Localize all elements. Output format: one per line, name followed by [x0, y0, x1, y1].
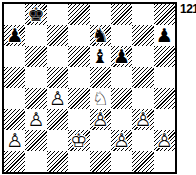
- black-bishop: ♝: [90, 46, 111, 67]
- square-g1: [132, 151, 153, 172]
- square-g2: [132, 130, 153, 151]
- square-b4: [25, 88, 46, 109]
- square-a7: ♟: [4, 25, 25, 46]
- white-pawn: ♟♙: [25, 109, 46, 130]
- square-c4: ♟♙: [47, 88, 68, 109]
- white-pawn-glyph: ♙: [90, 109, 111, 130]
- black-pawn-glyph: ♟: [4, 25, 25, 46]
- chess-board: ♚♟♞♟♝♟♟♙♞♘♟♙♟♙♟♙♟♙♚♔♟♙♟♙: [2, 2, 177, 174]
- black-knight: ♞: [90, 25, 111, 46]
- square-f1: [111, 151, 132, 172]
- white-pawn: ♟♙: [90, 109, 111, 130]
- square-e1: [90, 151, 111, 172]
- square-e6: ♝: [90, 46, 111, 67]
- black-king: ♚: [25, 4, 46, 25]
- square-h3: [154, 109, 175, 130]
- square-b5: [25, 67, 46, 88]
- white-pawn-glyph: ♙: [111, 130, 132, 151]
- square-d8: [68, 4, 89, 25]
- square-g3: ♟♙: [132, 109, 153, 130]
- square-e7: ♞: [90, 25, 111, 46]
- white-pawn-glyph: ♙: [154, 130, 175, 151]
- square-g4: [132, 88, 153, 109]
- square-e4: ♞♘: [90, 88, 111, 109]
- square-c8: [47, 4, 68, 25]
- black-king-glyph: ♚: [25, 4, 46, 25]
- square-g5: [132, 67, 153, 88]
- white-pawn: ♟♙: [132, 109, 153, 130]
- square-f4: [111, 88, 132, 109]
- square-d5: [68, 67, 89, 88]
- white-pawn-glyph: ♙: [25, 109, 46, 130]
- black-pawn-glyph: ♟: [111, 46, 132, 67]
- white-pawn-glyph: ♙: [4, 130, 25, 151]
- white-king: ♚♔: [68, 130, 89, 151]
- square-g8: [132, 4, 153, 25]
- square-h6: [154, 46, 175, 67]
- black-pawn: ♟: [111, 46, 132, 67]
- square-f6: ♟: [111, 46, 132, 67]
- black-knight-glyph: ♞: [90, 25, 111, 46]
- square-a1: [4, 151, 25, 172]
- square-c3: [47, 109, 68, 130]
- white-pawn: ♟♙: [111, 130, 132, 151]
- black-bishop-glyph: ♝: [90, 46, 111, 67]
- square-a3: [4, 109, 25, 130]
- square-h8: [154, 4, 175, 25]
- black-pawn: ♟: [154, 25, 175, 46]
- diagram-number: 121: [180, 2, 196, 16]
- white-pawn-glyph: ♙: [132, 109, 153, 130]
- black-pawn-glyph: ♟: [154, 25, 175, 46]
- square-c1: [47, 151, 68, 172]
- square-d2: ♚♔: [68, 130, 89, 151]
- square-d7: [68, 25, 89, 46]
- square-e5: [90, 67, 111, 88]
- white-pawn: ♟♙: [4, 130, 25, 151]
- square-d6: [68, 46, 89, 67]
- square-h5: [154, 67, 175, 88]
- square-e2: [90, 130, 111, 151]
- square-a8: [4, 4, 25, 25]
- square-h4: [154, 88, 175, 109]
- square-h1: [154, 151, 175, 172]
- square-f8: [111, 4, 132, 25]
- square-g6: [132, 46, 153, 67]
- square-b2: [25, 130, 46, 151]
- square-c5: [47, 67, 68, 88]
- square-h2: ♟♙: [154, 130, 175, 151]
- square-g7: [132, 25, 153, 46]
- square-f5: [111, 67, 132, 88]
- square-b1: [25, 151, 46, 172]
- square-e8: [90, 4, 111, 25]
- square-e3: ♟♙: [90, 109, 111, 130]
- white-pawn-glyph: ♙: [47, 88, 68, 109]
- white-pawn: ♟♙: [154, 130, 175, 151]
- square-b3: ♟♙: [25, 109, 46, 130]
- square-b6: [25, 46, 46, 67]
- square-f3: [111, 109, 132, 130]
- black-pawn: ♟: [4, 25, 25, 46]
- square-b8: ♚: [25, 4, 46, 25]
- white-pawn: ♟♙: [47, 88, 68, 109]
- square-h7: ♟: [154, 25, 175, 46]
- white-knight-glyph: ♘: [90, 88, 111, 109]
- square-f2: ♟♙: [111, 130, 132, 151]
- square-d1: [68, 151, 89, 172]
- chess-diagram-page: ♚♟♞♟♝♟♟♙♞♘♟♙♟♙♟♙♟♙♚♔♟♙♟♙ 121: [0, 0, 196, 175]
- square-d4: [68, 88, 89, 109]
- square-d3: [68, 109, 89, 130]
- square-f7: [111, 25, 132, 46]
- square-a4: [4, 88, 25, 109]
- square-c7: [47, 25, 68, 46]
- square-a2: ♟♙: [4, 130, 25, 151]
- white-knight: ♞♘: [90, 88, 111, 109]
- white-king-glyph: ♔: [68, 130, 89, 151]
- square-b7: [25, 25, 46, 46]
- square-a5: [4, 67, 25, 88]
- square-a6: [4, 46, 25, 67]
- square-c6: [47, 46, 68, 67]
- square-c2: [47, 130, 68, 151]
